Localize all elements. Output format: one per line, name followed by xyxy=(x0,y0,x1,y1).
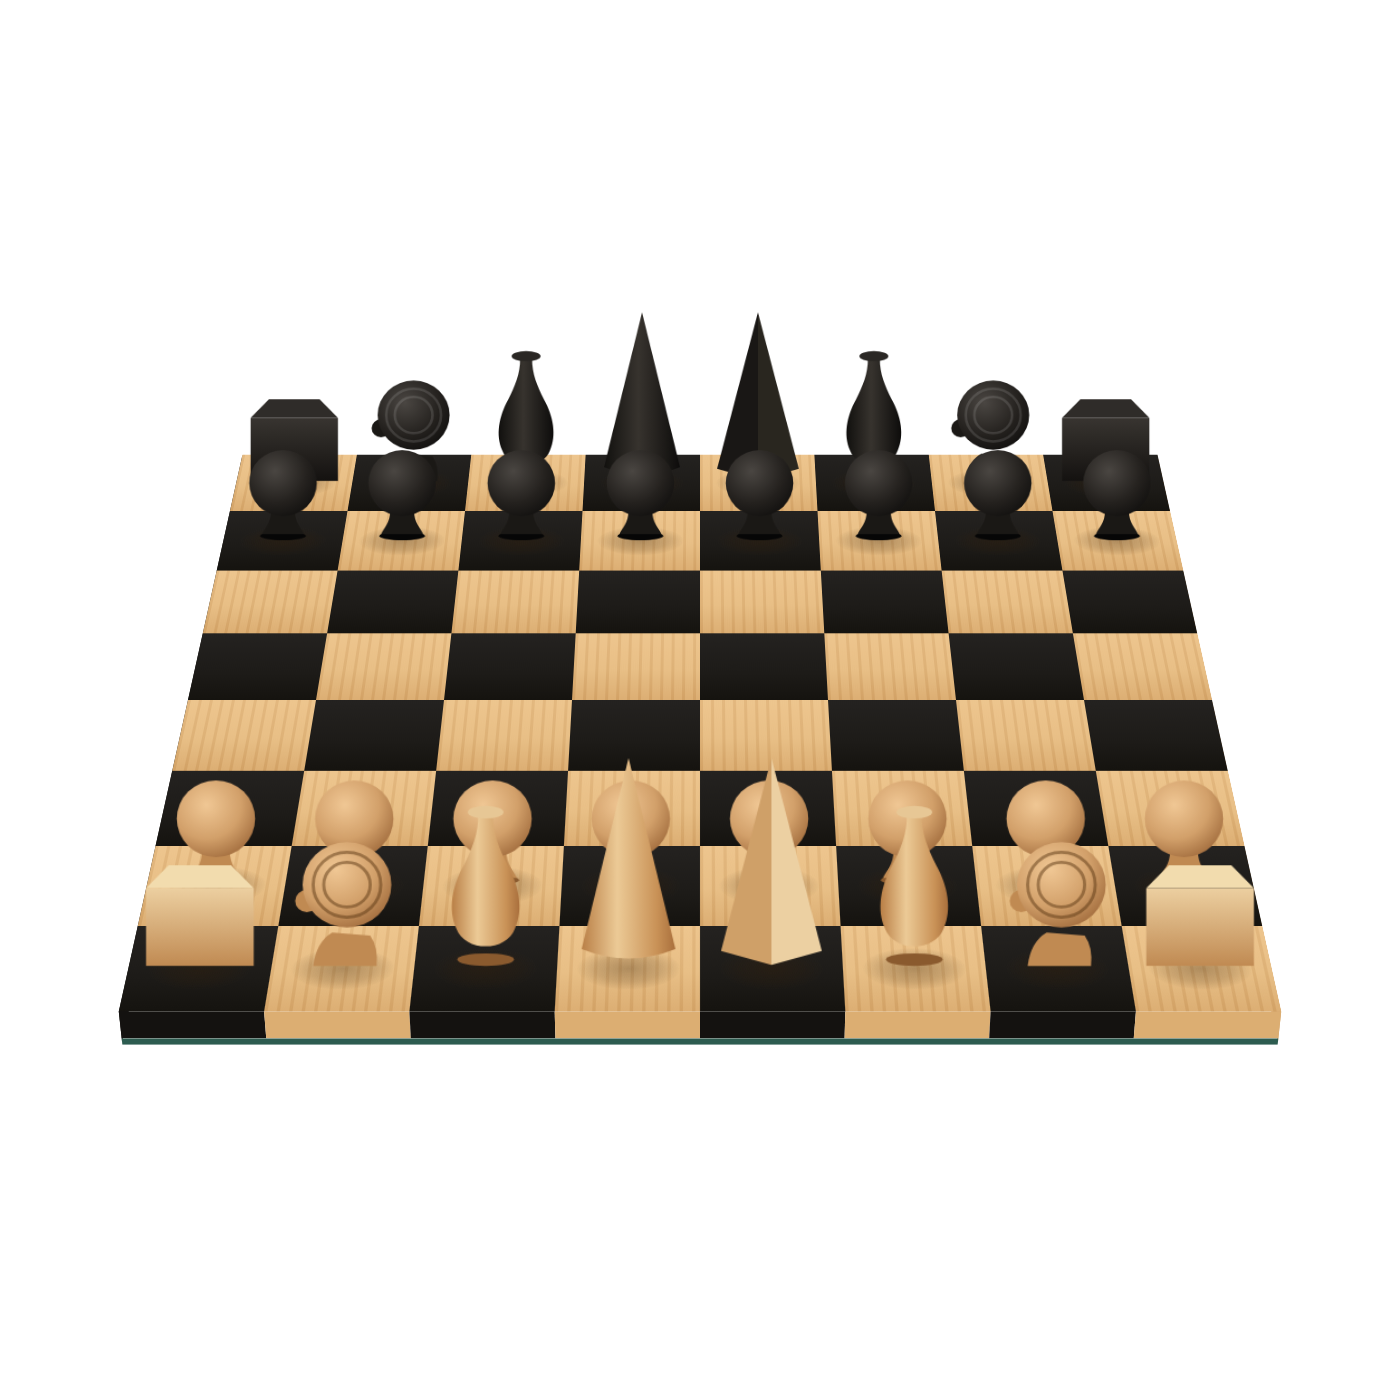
square-h7[interactable] xyxy=(1053,511,1184,570)
rook-shape xyxy=(140,863,261,968)
square-d6[interactable] xyxy=(576,571,700,634)
chessboard-scene xyxy=(0,0,1400,1400)
square-f6[interactable] xyxy=(821,571,949,634)
square-f5[interactable] xyxy=(824,633,956,700)
square-c7[interactable] xyxy=(458,511,582,570)
square-a6[interactable] xyxy=(203,571,338,634)
chessboard xyxy=(119,455,1281,1012)
front-edge-segment xyxy=(989,1011,1136,1038)
square-a4[interactable] xyxy=(172,700,316,771)
square-h4[interactable] xyxy=(1084,700,1228,771)
square-b5[interactable] xyxy=(316,633,451,700)
square-b4[interactable] xyxy=(304,700,444,771)
square-a8[interactable] xyxy=(230,455,357,511)
knight-shape xyxy=(284,834,402,968)
felt-underside xyxy=(122,1038,1279,1044)
front-edge-segment xyxy=(700,1011,845,1038)
square-f4[interactable] xyxy=(828,700,964,771)
square-e7[interactable] xyxy=(700,511,821,570)
square-e6[interactable] xyxy=(700,571,824,634)
square-g6[interactable] xyxy=(942,571,1073,634)
square-d7[interactable] xyxy=(579,511,700,570)
square-e8[interactable] xyxy=(700,455,818,511)
square-c8[interactable] xyxy=(465,455,586,511)
front-edge-segment xyxy=(845,1011,991,1038)
square-d8[interactable] xyxy=(582,455,700,511)
square-h8[interactable] xyxy=(1043,455,1170,511)
square-a5[interactable] xyxy=(188,633,327,700)
square-g8[interactable] xyxy=(929,455,1053,511)
bishop-shape xyxy=(433,803,538,968)
square-g4[interactable] xyxy=(956,700,1096,771)
queen-shape xyxy=(573,756,685,968)
bishop-shape xyxy=(862,803,967,968)
front-edge-segment xyxy=(1134,1011,1281,1038)
square-g5[interactable] xyxy=(949,633,1084,700)
square-h5[interactable] xyxy=(1073,633,1212,700)
rook-shape xyxy=(1140,863,1261,968)
square-c4[interactable] xyxy=(436,700,572,771)
square-c5[interactable] xyxy=(444,633,576,700)
square-g7[interactable] xyxy=(935,511,1062,570)
square-a7[interactable] xyxy=(217,511,348,570)
product-photo xyxy=(0,0,1400,1400)
square-h6[interactable] xyxy=(1062,571,1197,634)
king-shape xyxy=(718,756,825,968)
square-b6[interactable] xyxy=(327,571,458,634)
front-edge-segment xyxy=(409,1011,555,1038)
square-d5[interactable] xyxy=(572,633,700,700)
square-b8[interactable] xyxy=(347,455,471,511)
square-f7[interactable] xyxy=(818,511,942,570)
front-edge-segment xyxy=(555,1011,700,1038)
square-e5[interactable] xyxy=(700,633,828,700)
front-edge-segment xyxy=(119,1011,266,1038)
front-edge-segment xyxy=(264,1011,411,1038)
square-c6[interactable] xyxy=(451,571,579,634)
square-f8[interactable] xyxy=(814,455,935,511)
board-front-edge xyxy=(119,1011,1281,1044)
knight-shape xyxy=(998,834,1116,968)
square-b7[interactable] xyxy=(338,511,465,570)
